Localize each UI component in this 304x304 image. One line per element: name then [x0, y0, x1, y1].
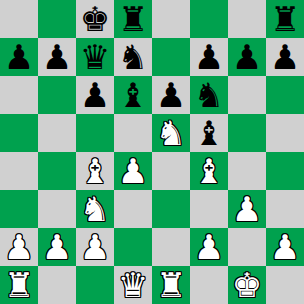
square-b4[interactable]	[38, 152, 76, 190]
square-h7[interactable]: ♟	[266, 38, 304, 76]
square-h6[interactable]	[266, 76, 304, 114]
piece-black-bishop[interactable]: ♝	[194, 114, 224, 152]
piece-black-rook[interactable]: ♜	[270, 0, 300, 38]
piece-white-pawn[interactable]: ♟	[232, 190, 262, 228]
square-d5[interactable]	[114, 114, 152, 152]
square-g5[interactable]	[228, 114, 266, 152]
square-b7[interactable]: ♟	[38, 38, 76, 76]
piece-white-knight[interactable]: ♞	[80, 190, 110, 228]
piece-white-pawn[interactable]: ♟	[270, 228, 300, 266]
square-a1[interactable]: ♜	[0, 266, 38, 304]
square-a5[interactable]	[0, 114, 38, 152]
piece-black-queen[interactable]: ♛	[80, 38, 110, 76]
piece-white-queen[interactable]: ♛	[118, 266, 148, 304]
square-g7[interactable]: ♟	[228, 38, 266, 76]
square-d1[interactable]: ♛	[114, 266, 152, 304]
square-d4[interactable]: ♟	[114, 152, 152, 190]
square-e1[interactable]: ♜	[152, 266, 190, 304]
piece-black-pawn[interactable]: ♟	[194, 38, 224, 76]
square-e3[interactable]	[152, 190, 190, 228]
square-d7[interactable]: ♞	[114, 38, 152, 76]
piece-black-rook[interactable]: ♜	[118, 0, 148, 38]
piece-white-rook[interactable]: ♜	[4, 266, 34, 304]
square-g2[interactable]	[228, 228, 266, 266]
square-f2[interactable]: ♟	[190, 228, 228, 266]
square-h5[interactable]	[266, 114, 304, 152]
square-d3[interactable]	[114, 190, 152, 228]
square-g8[interactable]	[228, 0, 266, 38]
piece-black-pawn[interactable]: ♟	[4, 38, 34, 76]
square-g4[interactable]	[228, 152, 266, 190]
square-b1[interactable]	[38, 266, 76, 304]
square-c5[interactable]	[76, 114, 114, 152]
square-b6[interactable]	[38, 76, 76, 114]
square-b3[interactable]	[38, 190, 76, 228]
square-f1[interactable]	[190, 266, 228, 304]
square-c7[interactable]: ♛	[76, 38, 114, 76]
piece-white-pawn[interactable]: ♟	[194, 228, 224, 266]
square-e6[interactable]: ♟	[152, 76, 190, 114]
square-a3[interactable]	[0, 190, 38, 228]
square-d8[interactable]: ♜	[114, 0, 152, 38]
square-f6[interactable]: ♞	[190, 76, 228, 114]
square-b2[interactable]: ♟	[38, 228, 76, 266]
square-e4[interactable]	[152, 152, 190, 190]
square-f5[interactable]: ♝	[190, 114, 228, 152]
piece-black-king[interactable]: ♚	[80, 0, 110, 38]
square-e8[interactable]	[152, 0, 190, 38]
square-d2[interactable]	[114, 228, 152, 266]
square-b5[interactable]	[38, 114, 76, 152]
square-h4[interactable]	[266, 152, 304, 190]
square-c2[interactable]: ♟	[76, 228, 114, 266]
piece-black-pawn[interactable]: ♟	[270, 38, 300, 76]
square-c3[interactable]: ♞	[76, 190, 114, 228]
piece-black-pawn[interactable]: ♟	[232, 38, 262, 76]
piece-white-pawn[interactable]: ♟	[80, 228, 110, 266]
square-c8[interactable]: ♚	[76, 0, 114, 38]
square-c4[interactable]: ♝	[76, 152, 114, 190]
square-f3[interactable]	[190, 190, 228, 228]
square-g1[interactable]: ♚	[228, 266, 266, 304]
square-a8[interactable]	[0, 0, 38, 38]
piece-white-rook[interactable]: ♜	[156, 266, 186, 304]
piece-black-knight[interactable]: ♞	[118, 38, 148, 76]
piece-white-bishop[interactable]: ♝	[80, 152, 110, 190]
square-f8[interactable]	[190, 0, 228, 38]
piece-black-pawn[interactable]: ♟	[80, 76, 110, 114]
square-a2[interactable]: ♟	[0, 228, 38, 266]
piece-black-bishop[interactable]: ♝	[118, 76, 148, 114]
piece-black-pawn[interactable]: ♟	[156, 76, 186, 114]
piece-white-pawn[interactable]: ♟	[42, 228, 72, 266]
square-h2[interactable]: ♟	[266, 228, 304, 266]
square-b8[interactable]	[38, 0, 76, 38]
square-h8[interactable]: ♜	[266, 0, 304, 38]
square-e5[interactable]: ♞	[152, 114, 190, 152]
piece-white-bishop[interactable]: ♝	[194, 152, 224, 190]
piece-white-knight[interactable]: ♞	[156, 114, 186, 152]
square-a4[interactable]	[0, 152, 38, 190]
square-h3[interactable]	[266, 190, 304, 228]
piece-black-knight[interactable]: ♞	[194, 76, 224, 114]
square-c1[interactable]	[76, 266, 114, 304]
piece-white-king[interactable]: ♚	[232, 266, 262, 304]
chess-board: ♚♜♜♟♟♛♞♟♟♟♟♝♟♞♞♝♝♟♝♞♟♟♟♟♟♟♜♛♜♚	[0, 0, 304, 304]
piece-black-pawn[interactable]: ♟	[42, 38, 72, 76]
square-h1[interactable]	[266, 266, 304, 304]
piece-white-pawn[interactable]: ♟	[118, 152, 148, 190]
square-e7[interactable]	[152, 38, 190, 76]
square-g3[interactable]: ♟	[228, 190, 266, 228]
square-c6[interactable]: ♟	[76, 76, 114, 114]
square-a7[interactable]: ♟	[0, 38, 38, 76]
square-a6[interactable]	[0, 76, 38, 114]
square-f4[interactable]: ♝	[190, 152, 228, 190]
piece-white-pawn[interactable]: ♟	[4, 228, 34, 266]
square-f7[interactable]: ♟	[190, 38, 228, 76]
square-e2[interactable]	[152, 228, 190, 266]
square-g6[interactable]	[228, 76, 266, 114]
square-d6[interactable]: ♝	[114, 76, 152, 114]
